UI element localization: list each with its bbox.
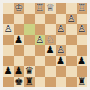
square-g3[interactable]: [66, 56, 77, 67]
piece-white-knight: ♘: [46, 35, 55, 46]
square-d2[interactable]: [35, 66, 46, 77]
square-h7[interactable]: [77, 14, 88, 25]
square-g4[interactable]: [66, 45, 77, 56]
piece-black-rook: ♜: [77, 77, 86, 88]
square-c2[interactable]: ♛: [24, 66, 35, 77]
piece-black-queen: ♛: [25, 66, 34, 77]
square-h5[interactable]: [77, 35, 88, 46]
piece-black-pawn: ♟: [14, 66, 23, 77]
square-c8[interactable]: [24, 3, 35, 14]
square-a1[interactable]: [3, 77, 14, 88]
piece-black-pawn: ♟: [56, 56, 65, 67]
piece-white-queen: ♕: [46, 3, 55, 14]
piece-black-rook: ♜: [25, 77, 34, 88]
square-a3[interactable]: [3, 56, 14, 67]
square-c3[interactable]: [24, 56, 35, 67]
square-b1[interactable]: ♚: [14, 77, 25, 88]
piece-white-pawn: ♙: [56, 24, 65, 35]
square-d1[interactable]: [35, 77, 46, 88]
piece-white-pawn: ♙: [67, 14, 76, 25]
piece-white-rook: ♖: [77, 3, 86, 14]
square-e7[interactable]: [45, 14, 56, 25]
square-c4[interactable]: [24, 45, 35, 56]
square-b6[interactable]: [14, 24, 25, 35]
square-h8[interactable]: ♖: [77, 3, 88, 14]
piece-white-king: ♔: [14, 3, 23, 14]
square-a4[interactable]: [3, 45, 14, 56]
square-f4[interactable]: ♙: [56, 45, 67, 56]
square-c7[interactable]: [24, 14, 35, 25]
square-f6[interactable]: ♙: [56, 24, 67, 35]
square-a8[interactable]: [3, 3, 14, 14]
square-h1[interactable]: ♜: [77, 77, 88, 88]
square-e8[interactable]: ♕: [45, 3, 56, 14]
square-f1[interactable]: [56, 77, 67, 88]
square-f7[interactable]: [56, 14, 67, 25]
piece-black-king: ♚: [14, 77, 23, 88]
board-margin: ♔♖♕♖♙♙♙♙♟♙♘♟♙♟♟♟♟♛♚♜♜: [0, 0, 90, 90]
square-d6[interactable]: [35, 24, 46, 35]
square-b8[interactable]: ♔: [14, 3, 25, 14]
square-d7[interactable]: [35, 14, 46, 25]
square-h2[interactable]: [77, 66, 88, 77]
piece-black-pawn: ♟: [4, 66, 13, 77]
piece-black-pawn: ♟: [77, 56, 86, 67]
piece-white-rook: ♖: [35, 3, 44, 14]
square-f3[interactable]: ♟: [56, 56, 67, 67]
square-e2[interactable]: [45, 66, 56, 77]
square-f2[interactable]: [56, 66, 67, 77]
square-e1[interactable]: [45, 77, 56, 88]
square-g8[interactable]: [66, 3, 77, 14]
square-g1[interactable]: [66, 77, 77, 88]
square-d5[interactable]: ♙: [35, 35, 46, 46]
square-e3[interactable]: [45, 56, 56, 67]
square-f8[interactable]: [56, 3, 67, 14]
chess-board: ♔♖♕♖♙♙♙♙♟♙♘♟♙♟♟♟♟♛♚♜♜: [3, 3, 87, 87]
square-e4[interactable]: ♟: [45, 45, 56, 56]
square-g6[interactable]: [66, 24, 77, 35]
square-b2[interactable]: ♟: [14, 66, 25, 77]
square-h6[interactable]: ♙: [77, 24, 88, 35]
square-c1[interactable]: ♜: [24, 77, 35, 88]
square-b4[interactable]: [14, 45, 25, 56]
square-g2[interactable]: [66, 66, 77, 77]
square-g7[interactable]: ♙: [66, 14, 77, 25]
square-e5[interactable]: ♘: [45, 35, 56, 46]
square-d8[interactable]: ♖: [35, 3, 46, 14]
square-f5[interactable]: [56, 35, 67, 46]
square-a7[interactable]: [3, 14, 14, 25]
square-d3[interactable]: [35, 56, 46, 67]
piece-black-pawn: ♟: [46, 45, 55, 56]
piece-white-pawn: ♙: [35, 35, 44, 46]
square-h3[interactable]: ♟: [77, 56, 88, 67]
square-d4[interactable]: [35, 45, 46, 56]
square-a2[interactable]: ♟: [3, 66, 14, 77]
square-b3[interactable]: [14, 56, 25, 67]
square-e6[interactable]: [45, 24, 56, 35]
piece-white-pawn: ♙: [77, 24, 86, 35]
piece-black-pawn: ♟: [14, 35, 23, 46]
square-b7[interactable]: [14, 14, 25, 25]
square-c5[interactable]: [24, 35, 35, 46]
square-c6[interactable]: [24, 24, 35, 35]
piece-white-pawn: ♙: [4, 24, 13, 35]
piece-white-pawn: ♙: [56, 45, 65, 56]
square-g5[interactable]: [66, 35, 77, 46]
square-b5[interactable]: ♟: [14, 35, 25, 46]
square-a5[interactable]: [3, 35, 14, 46]
square-h4[interactable]: [77, 45, 88, 56]
square-a6[interactable]: ♙: [3, 24, 14, 35]
